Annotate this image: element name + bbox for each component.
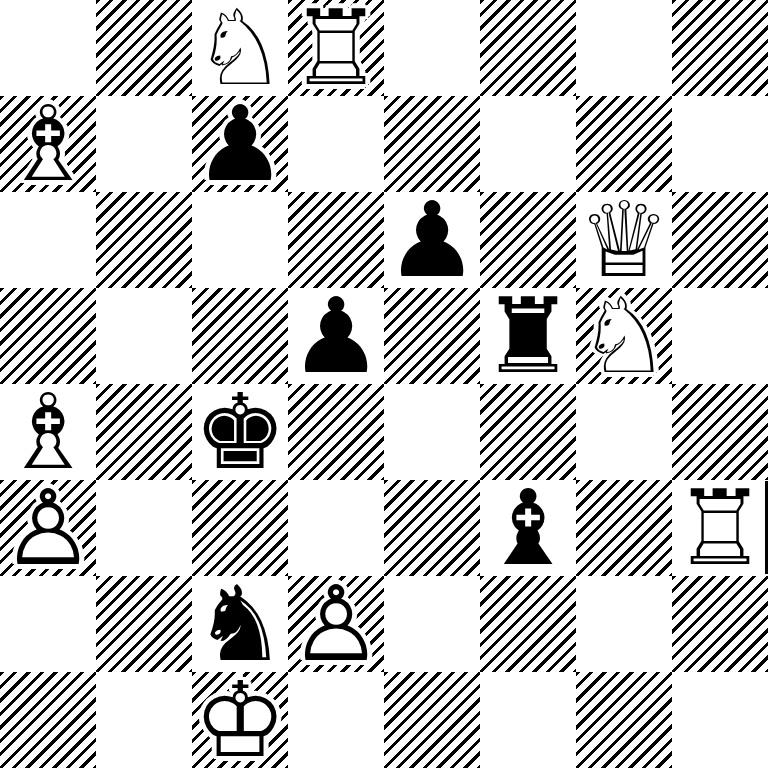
square-a3[interactable]: ♟♙ [0,480,96,576]
square-h2[interactable] [672,576,768,672]
white-rook-piece: ♖ [288,0,384,96]
square-h3[interactable]: ♜♖ [672,480,768,576]
black-pawn-piece: ♟ [192,96,288,192]
square-c6[interactable] [192,192,288,288]
square-a6[interactable] [0,192,96,288]
square-e8[interactable] [384,0,480,96]
black-knight-piece: ♞ [192,576,288,672]
square-b7[interactable] [96,96,192,192]
square-e3[interactable] [384,480,480,576]
square-a8[interactable] [0,0,96,96]
square-d2[interactable]: ♟♙ [288,576,384,672]
square-h7[interactable] [672,96,768,192]
square-g6[interactable]: ♛♕ [576,192,672,288]
square-g4[interactable] [576,384,672,480]
square-e5[interactable] [384,288,480,384]
black-king-piece: ♚ [192,384,288,480]
square-h1[interactable] [672,672,768,768]
white-bishop-piece: ♗ [0,96,96,192]
square-c3[interactable] [192,480,288,576]
square-h8[interactable] [672,0,768,96]
chess-board: ♞♘♜♖♝♗♟♟♟♟♛♕♟♟♜♜♞♘♝♗♚♚♟♙♝♝♜♖♞♞♟♙♚♔ [0,0,768,768]
square-g3[interactable] [576,480,672,576]
square-g5[interactable]: ♞♘ [576,288,672,384]
white-knight-piece: ♘ [576,288,672,384]
square-f3[interactable]: ♝♝ [480,480,576,576]
square-a2[interactable] [0,576,96,672]
white-king-piece: ♔ [192,672,288,768]
square-b8[interactable] [96,0,192,96]
square-e1[interactable] [384,672,480,768]
square-f4[interactable] [480,384,576,480]
square-c8[interactable]: ♞♘ [192,0,288,96]
square-f6[interactable] [480,192,576,288]
square-d5[interactable]: ♟♟ [288,288,384,384]
square-a7[interactable]: ♝♗ [0,96,96,192]
square-f2[interactable] [480,576,576,672]
chess-diagram: ♞♘♜♖♝♗♟♟♟♟♛♕♟♟♜♜♞♘♝♗♚♚♟♙♝♝♜♖♞♞♟♙♚♔ [0,0,768,768]
square-c5[interactable] [192,288,288,384]
square-g2[interactable] [576,576,672,672]
white-rook-piece: ♖ [672,480,768,576]
square-f7[interactable] [480,96,576,192]
square-h5[interactable] [672,288,768,384]
square-h6[interactable] [672,192,768,288]
square-e4[interactable] [384,384,480,480]
square-g8[interactable] [576,0,672,96]
square-e7[interactable] [384,96,480,192]
square-d8[interactable]: ♜♖ [288,0,384,96]
square-h4[interactable] [672,384,768,480]
white-pawn-piece: ♙ [0,480,96,576]
square-b3[interactable] [96,480,192,576]
square-d3[interactable] [288,480,384,576]
square-c4[interactable]: ♚♚ [192,384,288,480]
square-a5[interactable] [0,288,96,384]
square-d6[interactable] [288,192,384,288]
square-g7[interactable] [576,96,672,192]
white-bishop-piece: ♗ [0,384,96,480]
square-b6[interactable] [96,192,192,288]
square-c7[interactable]: ♟♟ [192,96,288,192]
square-d1[interactable] [288,672,384,768]
square-c2[interactable]: ♞♞ [192,576,288,672]
square-b2[interactable] [96,576,192,672]
black-pawn-piece: ♟ [384,192,480,288]
square-f5[interactable]: ♜♜ [480,288,576,384]
white-knight-piece: ♘ [192,0,288,96]
white-queen-piece: ♕ [576,192,672,288]
square-g1[interactable] [576,672,672,768]
square-f1[interactable] [480,672,576,768]
square-c1[interactable]: ♚♔ [192,672,288,768]
square-d7[interactable] [288,96,384,192]
square-b4[interactable] [96,384,192,480]
square-e2[interactable] [384,576,480,672]
square-d4[interactable] [288,384,384,480]
black-rook-piece: ♜ [480,288,576,384]
square-b1[interactable] [96,672,192,768]
square-a1[interactable] [0,672,96,768]
black-bishop-piece: ♝ [480,480,576,576]
white-pawn-piece: ♙ [288,576,384,672]
square-b5[interactable] [96,288,192,384]
square-a4[interactable]: ♝♗ [0,384,96,480]
square-e6[interactable]: ♟♟ [384,192,480,288]
square-f8[interactable] [480,0,576,96]
black-pawn-piece: ♟ [288,288,384,384]
